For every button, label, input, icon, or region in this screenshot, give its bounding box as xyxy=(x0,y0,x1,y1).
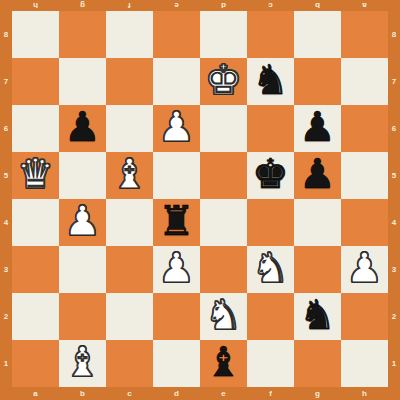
file-label-bottom-b: b xyxy=(59,387,106,400)
square-d2[interactable] xyxy=(153,293,200,340)
file-label-top-g: g xyxy=(59,0,106,11)
square-a2[interactable] xyxy=(12,293,59,340)
square-g4[interactable] xyxy=(294,199,341,246)
square-e8[interactable] xyxy=(200,11,247,58)
square-g5[interactable]: ♟ xyxy=(294,152,341,199)
square-d8[interactable] xyxy=(153,11,200,58)
file-label-bottom-f: f xyxy=(247,387,294,400)
square-e7[interactable]: ♚ xyxy=(200,58,247,105)
rank-label-left-5: 5 xyxy=(0,152,12,199)
chess-board-frame: abcdefgh 87654321 87654321 abcdefgh ♚♞♟♟… xyxy=(0,0,400,400)
rank-label-right-3: 3 xyxy=(388,246,400,293)
square-c5[interactable]: ♝ xyxy=(106,152,153,199)
square-g1[interactable] xyxy=(294,340,341,387)
square-h4[interactable] xyxy=(341,199,388,246)
square-e3[interactable] xyxy=(200,246,247,293)
square-c7[interactable] xyxy=(106,58,153,105)
square-e1[interactable]: ♝ xyxy=(200,340,247,387)
file-labels-bottom: abcdefgh xyxy=(12,387,388,400)
square-h2[interactable] xyxy=(341,293,388,340)
white-pawn-h3[interactable]: ♟ xyxy=(346,248,383,289)
square-g8[interactable] xyxy=(294,11,341,58)
file-label-top-c: c xyxy=(247,0,294,11)
rank-label-left-8: 8 xyxy=(0,11,12,58)
white-knight-f3[interactable]: ♞ xyxy=(252,248,289,289)
square-g7[interactable] xyxy=(294,58,341,105)
square-e4[interactable] xyxy=(200,199,247,246)
rank-label-right-7: 7 xyxy=(388,58,400,105)
board-grid: ♚♞♟♟♟♛♝♚♟♟♜♟♞♟♞♞♝♝ xyxy=(12,11,388,387)
rank-label-left-7: 7 xyxy=(0,58,12,105)
file-label-bottom-e: e xyxy=(200,387,247,400)
rank-labels-left: 87654321 xyxy=(0,11,12,387)
white-pawn-b4[interactable]: ♟ xyxy=(64,201,101,242)
white-pawn-d3[interactable]: ♟ xyxy=(158,248,195,289)
square-a5[interactable]: ♛ xyxy=(12,152,59,199)
square-h3[interactable]: ♟ xyxy=(341,246,388,293)
square-a6[interactable] xyxy=(12,105,59,152)
square-b7[interactable] xyxy=(59,58,106,105)
square-a1[interactable] xyxy=(12,340,59,387)
rank-labels-right: 87654321 xyxy=(388,11,400,387)
square-e6[interactable] xyxy=(200,105,247,152)
square-d1[interactable] xyxy=(153,340,200,387)
square-b1[interactable]: ♝ xyxy=(59,340,106,387)
file-label-bottom-g: g xyxy=(294,387,341,400)
square-d7[interactable] xyxy=(153,58,200,105)
rank-label-left-4: 4 xyxy=(0,199,12,246)
file-label-bottom-c: c xyxy=(106,387,153,400)
file-labels-top: abcdefgh xyxy=(12,0,388,11)
square-a7[interactable] xyxy=(12,58,59,105)
rank-label-right-6: 6 xyxy=(388,105,400,152)
rank-label-left-6: 6 xyxy=(0,105,12,152)
square-d5[interactable] xyxy=(153,152,200,199)
rank-label-right-2: 2 xyxy=(388,293,400,340)
file-label-top-f: f xyxy=(106,0,153,11)
square-b8[interactable] xyxy=(59,11,106,58)
square-f7[interactable]: ♞ xyxy=(247,58,294,105)
square-b5[interactable] xyxy=(59,152,106,199)
rank-label-left-3: 3 xyxy=(0,246,12,293)
square-g6[interactable]: ♟ xyxy=(294,105,341,152)
rank-label-left-2: 2 xyxy=(0,293,12,340)
square-c4[interactable] xyxy=(106,199,153,246)
white-bishop-c5[interactable]: ♝ xyxy=(111,154,148,195)
square-f4[interactable] xyxy=(247,199,294,246)
black-pawn-b6[interactable]: ♟ xyxy=(64,107,101,148)
rank-label-right-8: 8 xyxy=(388,11,400,58)
square-c1[interactable] xyxy=(106,340,153,387)
square-f6[interactable] xyxy=(247,105,294,152)
file-label-top-d: d xyxy=(200,0,247,11)
rank-label-left-1: 1 xyxy=(0,340,12,387)
square-f8[interactable] xyxy=(247,11,294,58)
square-h1[interactable] xyxy=(341,340,388,387)
rank-label-right-4: 4 xyxy=(388,199,400,246)
square-a8[interactable] xyxy=(12,11,59,58)
black-knight-f7[interactable]: ♞ xyxy=(252,60,289,101)
black-bishop-e1[interactable]: ♝ xyxy=(205,342,242,383)
white-pawn-d6[interactable]: ♟ xyxy=(158,107,195,148)
square-c6[interactable] xyxy=(106,105,153,152)
square-d4[interactable]: ♜ xyxy=(153,199,200,246)
black-pawn-g5[interactable]: ♟ xyxy=(299,154,336,195)
square-b4[interactable]: ♟ xyxy=(59,199,106,246)
rank-label-right-1: 1 xyxy=(388,340,400,387)
file-label-bottom-d: d xyxy=(153,387,200,400)
square-f1[interactable] xyxy=(247,340,294,387)
rank-label-right-5: 5 xyxy=(388,152,400,199)
white-knight-e2[interactable]: ♞ xyxy=(205,295,242,336)
file-label-top-b: b xyxy=(294,0,341,11)
black-rook-d4[interactable]: ♜ xyxy=(158,201,195,242)
file-label-top-h: h xyxy=(12,0,59,11)
square-e2[interactable]: ♞ xyxy=(200,293,247,340)
file-label-top-e: e xyxy=(153,0,200,11)
square-h6[interactable] xyxy=(341,105,388,152)
square-a3[interactable] xyxy=(12,246,59,293)
square-c2[interactable] xyxy=(106,293,153,340)
white-king-e7[interactable]: ♚ xyxy=(205,60,242,101)
square-c8[interactable] xyxy=(106,11,153,58)
square-d3[interactable]: ♟ xyxy=(153,246,200,293)
black-pawn-g6[interactable]: ♟ xyxy=(299,107,336,148)
square-g3[interactable] xyxy=(294,246,341,293)
square-b6[interactable]: ♟ xyxy=(59,105,106,152)
square-f2[interactable] xyxy=(247,293,294,340)
square-a4[interactable] xyxy=(12,199,59,246)
file-label-bottom-a: a xyxy=(12,387,59,400)
square-e5[interactable] xyxy=(200,152,247,199)
square-c3[interactable] xyxy=(106,246,153,293)
square-h8[interactable] xyxy=(341,11,388,58)
black-knight-g2[interactable]: ♞ xyxy=(299,295,336,336)
file-label-top-a: a xyxy=(341,0,388,11)
white-bishop-b1[interactable]: ♝ xyxy=(64,342,101,383)
square-d6[interactable]: ♟ xyxy=(153,105,200,152)
square-g2[interactable]: ♞ xyxy=(294,293,341,340)
square-h7[interactable] xyxy=(341,58,388,105)
black-king-f5[interactable]: ♚ xyxy=(252,154,289,195)
square-b2[interactable] xyxy=(59,293,106,340)
file-label-bottom-h: h xyxy=(341,387,388,400)
square-b3[interactable] xyxy=(59,246,106,293)
square-f3[interactable]: ♞ xyxy=(247,246,294,293)
square-f5[interactable]: ♚ xyxy=(247,152,294,199)
white-queen-a5[interactable]: ♛ xyxy=(17,154,54,195)
square-h5[interactable] xyxy=(341,152,388,199)
